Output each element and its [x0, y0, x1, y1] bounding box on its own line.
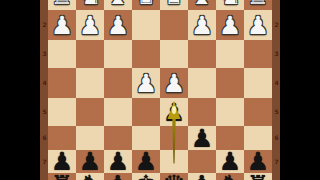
square-c1: ♝: [188, 0, 216, 10]
white-pawn-e4: ♟: [135, 71, 157, 96]
rank-label-left-6: 6: [41, 135, 49, 141]
black-rook-a8: ♜: [247, 172, 269, 180]
black-knight-g8: ♞: [79, 172, 101, 180]
square-b2: ♟: [216, 10, 244, 40]
white-rook-h1: ♜: [51, 0, 73, 8]
square-g1: ♞: [76, 0, 104, 10]
square-a1: ♜: [244, 0, 272, 10]
square-e3: [132, 40, 160, 68]
square-d4: ♟: [160, 68, 188, 98]
square-f5: [104, 98, 132, 126]
black-pawn-d5: ♟: [163, 100, 185, 125]
square-a4: [244, 68, 272, 98]
square-e5: [132, 98, 160, 126]
square-g5: [76, 98, 104, 126]
square-d3: [160, 40, 188, 68]
square-f1: ♝: [104, 0, 132, 10]
square-g8: ♞: [76, 173, 104, 180]
rank-label-right-2: 2: [273, 22, 281, 28]
square-d6: [160, 126, 188, 150]
white-bishop-c1: ♝: [191, 0, 213, 8]
white-pawn-a2: ♟: [247, 13, 269, 38]
square-f2: ♟: [104, 10, 132, 40]
square-g3: [76, 40, 104, 68]
square-c5: [188, 98, 216, 126]
black-bishop-f8: ♝: [107, 172, 129, 180]
black-rook-h8: ♜: [51, 172, 73, 180]
chess-board: ♜♞♝♚♛♝♞♜♟♟♟♟♟♟♟♟♟♟♟♟♟♟♟♟♜♞♝♚♛♝♞♜: [48, 0, 272, 180]
square-c3: [188, 40, 216, 68]
black-pawn-c6: ♟: [191, 126, 213, 151]
square-a3: [244, 40, 272, 68]
square-c8: ♝: [188, 173, 216, 180]
rank-label-left-3: 3: [41, 51, 49, 57]
rank-label-right-6: 6: [273, 135, 281, 141]
white-pawn-f2: ♟: [107, 13, 129, 38]
square-d5: ♟: [160, 98, 188, 126]
square-a2: ♟: [244, 10, 272, 40]
black-king-e8: ♚: [135, 172, 157, 180]
rank-label-right-7: 7: [273, 159, 281, 165]
square-d8: ♛: [160, 173, 188, 180]
white-knight-b1: ♞: [219, 0, 241, 8]
square-h1: ♜: [48, 0, 76, 10]
black-knight-b8: ♞: [219, 172, 241, 180]
board-frame: ♜♞♝♚♛♝♞♜♟♟♟♟♟♟♟♟♟♟♟♟♟♟♟♟♜♞♝♚♛♝♞♜: [40, 0, 280, 180]
black-bishop-c8: ♝: [191, 172, 213, 180]
rank-label-right-5: 5: [273, 109, 281, 115]
square-g4: [76, 68, 104, 98]
white-king-e1: ♚: [135, 0, 157, 8]
white-pawn-c2: ♟: [191, 13, 213, 38]
white-rook-a1: ♜: [247, 0, 269, 8]
square-a8: ♜: [244, 173, 272, 180]
video-frame: ♜♞♝♚♛♝♞♜♟♟♟♟♟♟♟♟♟♟♟♟♟♟♟♟♜♞♝♚♛♝♞♜ 1122334…: [0, 0, 320, 180]
square-h4: [48, 68, 76, 98]
rank-label-left-7: 7: [41, 159, 49, 165]
square-f4: [104, 68, 132, 98]
rank-label-left-4: 4: [41, 80, 49, 86]
square-e8: ♚: [132, 173, 160, 180]
square-g2: ♟: [76, 10, 104, 40]
square-d2: [160, 10, 188, 40]
white-pawn-b2: ♟: [219, 13, 241, 38]
square-b4: [216, 68, 244, 98]
rank-label-left-5: 5: [41, 109, 49, 115]
square-b1: ♞: [216, 0, 244, 10]
square-h5: [48, 98, 76, 126]
white-queen-d1: ♛: [163, 0, 185, 8]
white-pawn-g2: ♟: [79, 13, 101, 38]
square-b5: [216, 98, 244, 126]
square-h3: [48, 40, 76, 68]
square-h8: ♜: [48, 173, 76, 180]
square-c6: ♟: [188, 126, 216, 150]
square-e1: ♚: [132, 0, 160, 10]
square-f8: ♝: [104, 173, 132, 180]
square-e4: ♟: [132, 68, 160, 98]
white-bishop-f1: ♝: [107, 0, 129, 8]
black-queen-d8: ♛: [163, 172, 185, 180]
white-knight-g1: ♞: [79, 0, 101, 8]
square-c4: [188, 68, 216, 98]
square-b3: [216, 40, 244, 68]
square-b8: ♞: [216, 173, 244, 180]
square-a5: [244, 98, 272, 126]
white-pawn-d4: ♟: [163, 71, 185, 96]
square-c2: ♟: [188, 10, 216, 40]
white-pawn-h2: ♟: [51, 13, 73, 38]
rank-label-right-4: 4: [273, 80, 281, 86]
rank-label-right-3: 3: [273, 51, 281, 57]
square-h2: ♟: [48, 10, 76, 40]
square-f3: [104, 40, 132, 68]
rank-label-left-2: 2: [41, 22, 49, 28]
square-d1: ♛: [160, 0, 188, 10]
square-e2: [132, 10, 160, 40]
